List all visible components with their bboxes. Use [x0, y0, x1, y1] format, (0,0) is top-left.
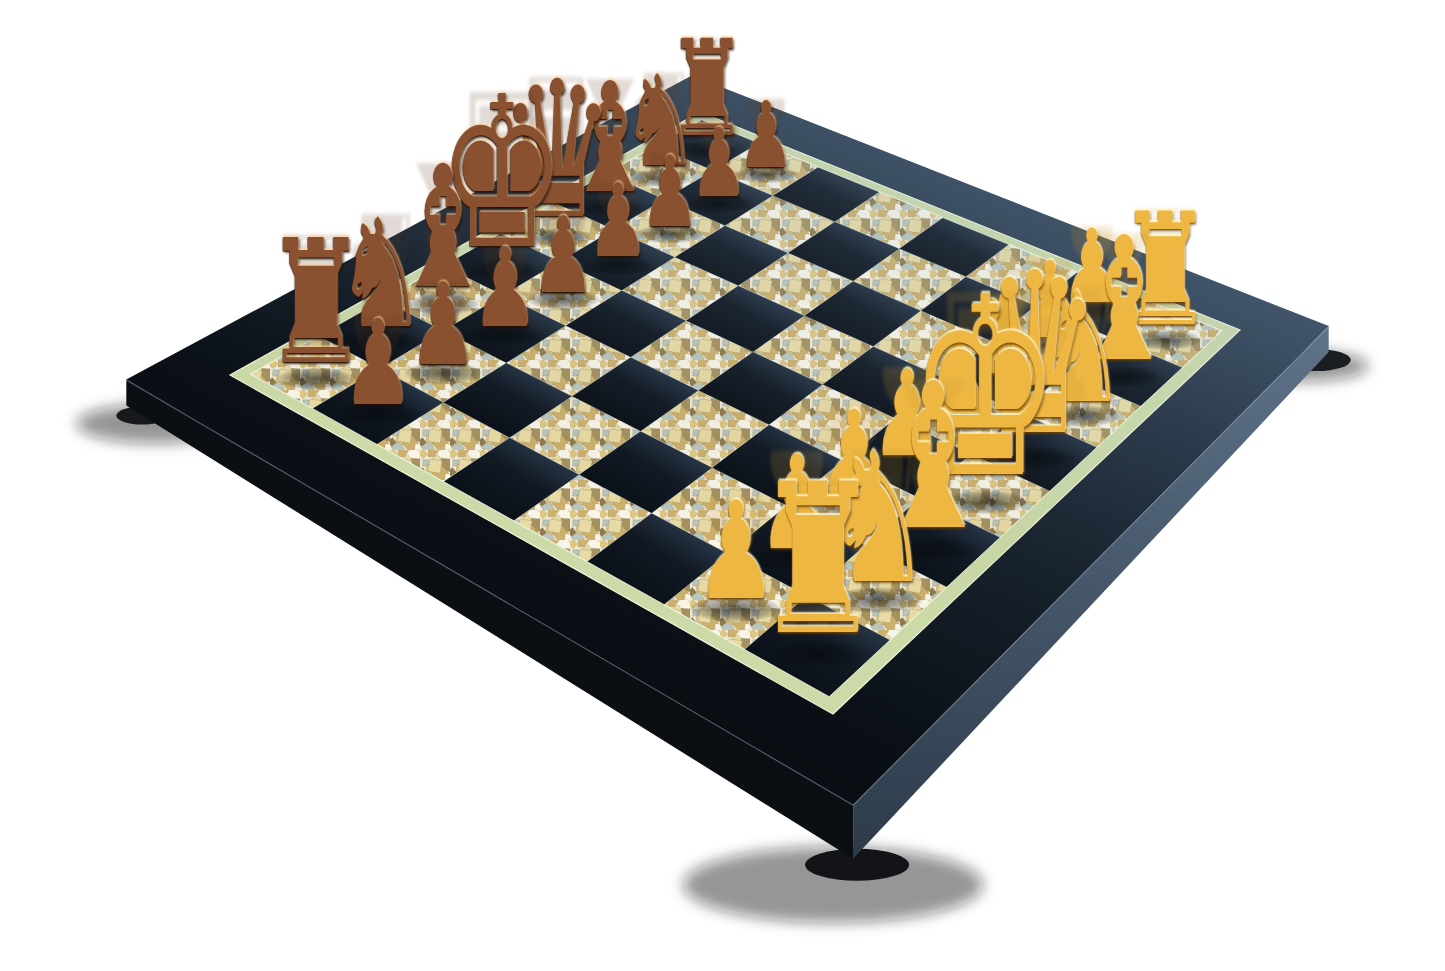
pieces-layer: ♜♜♞♞♝♝♚♚♛♛♝♝♞♞♜♜♟♟♟♟♟♟♟♟♟♟♟♟♟♟♟♟♟♟♟♟♟♟♟♟…	[0, 0, 1445, 971]
product-photo-scene: ♜♜♞♞♝♝♚♚♛♛♝♝♞♞♜♜♟♟♟♟♟♟♟♟♟♟♟♟♟♟♟♟♟♟♟♟♟♟♟♟…	[0, 0, 1445, 971]
piece-gold-rook-a1[interactable]: ♜	[754, 457, 880, 664]
piece-copper-pawn-c7[interactable]: ♟	[471, 234, 538, 343]
piece-copper-pawn-b7[interactable]: ♟	[409, 268, 478, 381]
piece-copper-pawn-e7[interactable]: ♟	[587, 172, 649, 274]
piece-copper-pawn-d7[interactable]: ♟	[531, 202, 595, 307]
piece-copper-pawn-a7[interactable]: ♟	[342, 304, 414, 422]
